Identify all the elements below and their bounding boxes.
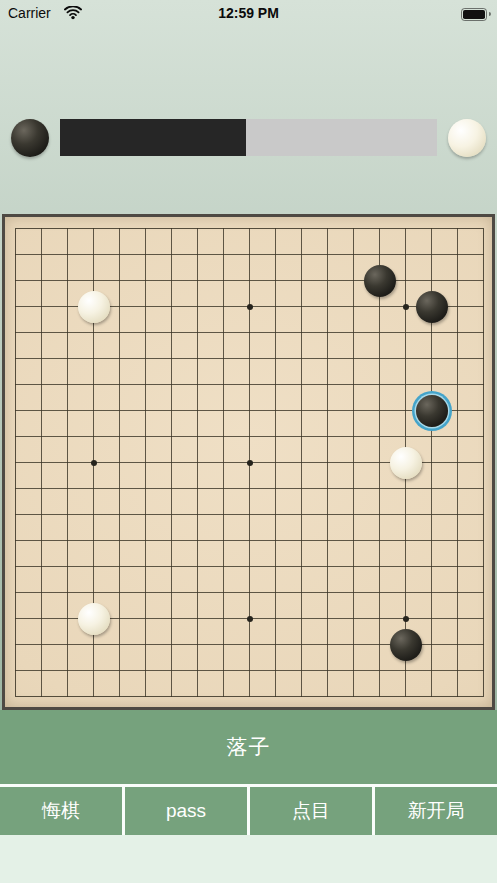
star-point <box>247 616 253 622</box>
white-stone-D16 <box>78 291 110 323</box>
score-bar-black-segment <box>60 119 246 156</box>
black-stone-P17 <box>364 265 396 297</box>
new-game-button[interactable]: 新开局 <box>375 787 497 835</box>
white-player-stone <box>448 119 486 157</box>
star-point <box>91 460 97 466</box>
star-point <box>247 460 253 466</box>
star-point <box>247 304 253 310</box>
white-stone-Q10 <box>390 447 422 479</box>
place-stone-label: 落子 <box>227 733 271 761</box>
score-bar <box>60 119 437 156</box>
black-stone-Q3 <box>390 629 422 661</box>
clock-label: 12:59 PM <box>0 5 497 21</box>
star-point <box>403 616 409 622</box>
black-stone-R16 <box>416 291 448 323</box>
count-points-button[interactable]: 点目 <box>250 787 372 835</box>
control-button-row: 悔棋 pass 点目 新开局 <box>0 787 497 835</box>
bottom-safe-area <box>0 835 497 883</box>
pass-button[interactable]: pass <box>125 787 247 835</box>
black-player-stone <box>11 119 49 157</box>
status-bar: Carrier 12:59 PM <box>0 0 497 26</box>
undo-button[interactable]: 悔棋 <box>0 787 122 835</box>
go-app-screen: Carrier 12:59 PM 落子 <box>0 0 497 883</box>
go-board[interactable] <box>2 214 495 710</box>
place-stone-bar[interactable]: 落子 <box>0 710 497 784</box>
white-stone-D4 <box>78 603 110 635</box>
star-point <box>403 304 409 310</box>
battery-icon <box>461 8 487 21</box>
last-move-black-stone-R12 <box>416 395 448 427</box>
